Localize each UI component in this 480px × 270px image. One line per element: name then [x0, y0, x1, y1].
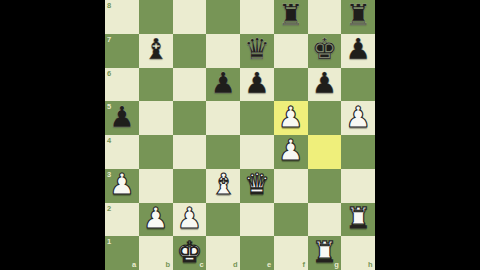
square-h7[interactable]: ♟: [341, 34, 375, 68]
square-f8[interactable]: ♜: [274, 0, 308, 34]
square-c4[interactable]: [173, 135, 207, 169]
rank-label-8: 8: [107, 2, 111, 10]
square-g8[interactable]: [308, 0, 342, 34]
square-b7[interactable]: ♝: [139, 34, 173, 68]
square-e6[interactable]: ♟: [240, 68, 274, 102]
square-b8[interactable]: [139, 0, 173, 34]
white-king-piece[interactable]: ♚: [176, 238, 202, 267]
black-rook-piece[interactable]: ♜: [345, 1, 371, 30]
square-b4[interactable]: [139, 135, 173, 169]
white-rook-piece[interactable]: ♜: [345, 204, 371, 233]
rank-label-7: 7: [107, 36, 111, 44]
right-letterbox: [375, 0, 480, 270]
black-queen-piece[interactable]: ♛: [244, 35, 270, 64]
black-pawn-piece[interactable]: ♟: [244, 69, 270, 98]
square-d4[interactable]: [206, 135, 240, 169]
square-d6[interactable]: ♟: [206, 68, 240, 102]
square-b3[interactable]: [139, 169, 173, 203]
square-c6[interactable]: [173, 68, 207, 102]
file-label-h: h: [368, 261, 373, 269]
square-c7[interactable]: [173, 34, 207, 68]
white-pawn-piece[interactable]: ♟: [278, 136, 304, 165]
screenshot-stage: 8♜♜7♝♛♚♟6♟♟♟5♟♟♟4♟3♟♝♛2♟♟♜1abc♚defg♜h: [0, 0, 480, 270]
black-pawn-piece[interactable]: ♟: [345, 35, 371, 64]
square-a4[interactable]: 4: [105, 135, 139, 169]
square-g1[interactable]: g♜: [308, 236, 342, 270]
white-bishop-piece[interactable]: ♝: [210, 170, 236, 199]
black-rook-piece[interactable]: ♜: [278, 1, 304, 30]
square-g4[interactable]: [308, 135, 342, 169]
file-label-d: d: [233, 261, 238, 269]
square-f1[interactable]: f: [274, 236, 308, 270]
square-c8[interactable]: [173, 0, 207, 34]
square-e1[interactable]: e: [240, 236, 274, 270]
black-pawn-piece[interactable]: ♟: [109, 103, 135, 132]
square-h8[interactable]: ♜: [341, 0, 375, 34]
square-g2[interactable]: [308, 203, 342, 237]
square-b2[interactable]: ♟: [139, 203, 173, 237]
square-h4[interactable]: [341, 135, 375, 169]
white-pawn-piece[interactable]: ♟: [109, 170, 135, 199]
square-d7[interactable]: [206, 34, 240, 68]
black-bishop-piece[interactable]: ♝: [143, 35, 169, 64]
black-king-piece[interactable]: ♚: [311, 35, 337, 64]
square-d2[interactable]: [206, 203, 240, 237]
square-g7[interactable]: ♚: [308, 34, 342, 68]
white-pawn-piece[interactable]: ♟: [143, 204, 169, 233]
white-pawn-piece[interactable]: ♟: [278, 103, 304, 132]
white-rook-piece[interactable]: ♜: [311, 238, 337, 267]
rank-label-2: 2: [107, 205, 111, 213]
left-letterbox: [0, 0, 105, 270]
square-a2[interactable]: 2: [105, 203, 139, 237]
rank-label-1: 1: [107, 238, 111, 246]
white-queen-piece[interactable]: ♛: [244, 170, 270, 199]
chess-board: 8♜♜7♝♛♚♟6♟♟♟5♟♟♟4♟3♟♝♛2♟♟♜1abc♚defg♜h: [105, 0, 375, 270]
square-f4[interactable]: ♟: [274, 135, 308, 169]
square-f6[interactable]: [274, 68, 308, 102]
square-c3[interactable]: [173, 169, 207, 203]
square-e4[interactable]: [240, 135, 274, 169]
square-f7[interactable]: [274, 34, 308, 68]
square-a3[interactable]: 3♟: [105, 169, 139, 203]
file-label-a: a: [132, 261, 136, 269]
file-label-b: b: [165, 261, 170, 269]
square-c1[interactable]: c♚: [173, 236, 207, 270]
square-a1[interactable]: 1a: [105, 236, 139, 270]
square-a7[interactable]: 7: [105, 34, 139, 68]
square-a5[interactable]: 5♟: [105, 101, 139, 135]
square-f2[interactable]: [274, 203, 308, 237]
square-h5[interactable]: ♟: [341, 101, 375, 135]
file-label-f: f: [303, 261, 306, 269]
square-f3[interactable]: [274, 169, 308, 203]
black-pawn-piece[interactable]: ♟: [311, 69, 337, 98]
square-g6[interactable]: ♟: [308, 68, 342, 102]
square-d3[interactable]: ♝: [206, 169, 240, 203]
square-e8[interactable]: [240, 0, 274, 34]
file-label-e: e: [267, 261, 271, 269]
square-a8[interactable]: 8: [105, 0, 139, 34]
square-h3[interactable]: [341, 169, 375, 203]
rank-label-6: 6: [107, 70, 111, 78]
square-c5[interactable]: [173, 101, 207, 135]
square-d5[interactable]: [206, 101, 240, 135]
square-e7[interactable]: ♛: [240, 34, 274, 68]
square-a6[interactable]: 6: [105, 68, 139, 102]
square-e5[interactable]: [240, 101, 274, 135]
square-h1[interactable]: h: [341, 236, 375, 270]
square-f5[interactable]: ♟: [274, 101, 308, 135]
square-h2[interactable]: ♜: [341, 203, 375, 237]
square-d8[interactable]: [206, 0, 240, 34]
square-c2[interactable]: ♟: [173, 203, 207, 237]
black-pawn-piece[interactable]: ♟: [210, 69, 236, 98]
square-d1[interactable]: d: [206, 236, 240, 270]
square-g3[interactable]: [308, 169, 342, 203]
square-h6[interactable]: [341, 68, 375, 102]
white-pawn-piece[interactable]: ♟: [176, 204, 202, 233]
square-e3[interactable]: ♛: [240, 169, 274, 203]
square-b6[interactable]: [139, 68, 173, 102]
square-b5[interactable]: [139, 101, 173, 135]
white-pawn-piece[interactable]: ♟: [345, 103, 371, 132]
square-g5[interactable]: [308, 101, 342, 135]
square-e2[interactable]: [240, 203, 274, 237]
square-b1[interactable]: b: [139, 236, 173, 270]
rank-label-4: 4: [107, 137, 111, 145]
